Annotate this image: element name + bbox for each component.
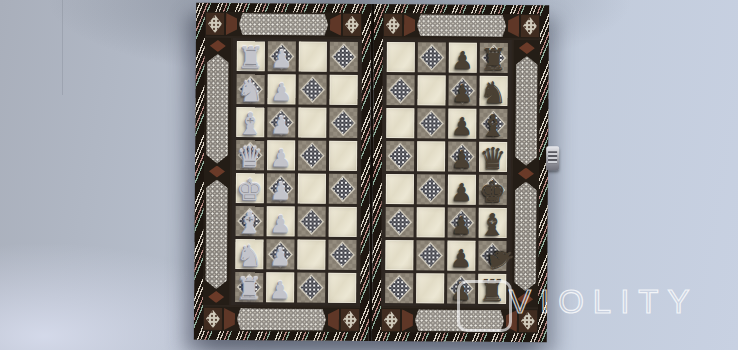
square: ♟: [447, 241, 475, 271]
inlay-wood-wedge: [330, 14, 341, 36]
chess-piece-black-knight: ♞: [483, 244, 517, 276]
square: [298, 107, 326, 137]
square: ♟: [267, 173, 295, 203]
inlay-wood-wedge: [402, 309, 413, 331]
chess-piece-black-pawn: ♟: [451, 214, 473, 238]
chess-piece-black-king: ♚: [479, 177, 506, 207]
inlay-mosaic-segment: [205, 179, 228, 289]
square: ♟: [448, 109, 476, 139]
square: [386, 207, 414, 237]
chess-piece-black-pawn: ♟: [451, 247, 473, 271]
chess-piece-white-queen: ♛: [237, 142, 264, 172]
chess-piece-white-rook: ♜: [237, 43, 264, 73]
square: [329, 108, 357, 138]
chess-squares-left-half: ♜♟♞♟♝♟♛♟♚♟♝♟♞♟♜♟: [231, 38, 362, 306]
chess-piece-white-rook: ♜: [236, 274, 263, 304]
square: [298, 140, 326, 170]
square: [417, 108, 445, 138]
square: [417, 207, 445, 237]
square: ♟: [266, 272, 294, 302]
square: ♟: [448, 76, 476, 106]
chess-piece-white-king: ♚: [236, 175, 263, 205]
inlay-diamond-tile: [209, 165, 225, 177]
chess-squares-right-half: ♟♜♟♞♟♝♟♛♟♚♟♝♟♞♟♜: [381, 39, 512, 307]
inlay-corner-tile: [384, 14, 402, 36]
board-half-left: ♜♟♞♟♝♟♛♟♚♟♝♟♞♟♜♟: [194, 3, 371, 341]
chess-piece-white-pawn: ♟: [270, 179, 292, 203]
chess-piece-white-bishop: ♝: [236, 208, 263, 238]
chess-piece-white-pawn: ♟: [269, 278, 291, 302]
square: ♟: [449, 43, 477, 73]
chess-piece-white-bishop: ♝: [237, 109, 264, 139]
inlay-mosaic-strip: [417, 14, 506, 37]
inlay-corner-tile: [521, 15, 539, 37]
inlay-corner-tile: [343, 14, 361, 36]
square: [329, 141, 357, 171]
chess-piece-white-knight: ♞: [237, 76, 264, 106]
inlay-band-bottom: [203, 307, 360, 332]
square: ♝: [236, 206, 264, 236]
square: ♟: [266, 239, 294, 269]
chess-piece-white-pawn: ♟: [270, 146, 292, 170]
inlay-wood-wedge: [508, 15, 519, 37]
chess-piece-black-pawn: ♟: [451, 115, 473, 139]
square: [418, 42, 446, 72]
square: [329, 174, 357, 204]
square: ♛: [236, 140, 264, 170]
chess-piece-white-pawn: ♟: [270, 245, 292, 269]
square: ♟: [267, 74, 295, 104]
inlay-corner-tile: [341, 309, 359, 331]
inlay-mosaic-segment: [206, 54, 229, 164]
chess-piece-white-pawn: ♟: [270, 113, 292, 137]
inlay-diamond-tile: [210, 40, 226, 52]
board-half-left-face: ♜♟♞♟♝♟♛♟♚♟♝♟♞♟♜♟: [203, 12, 362, 332]
square: ♟: [267, 140, 295, 170]
square: [417, 141, 445, 171]
chess-piece-black-pawn: ♟: [452, 82, 474, 106]
inlay-corner-tile: [206, 13, 224, 35]
chess-piece-black-bishop: ♝: [480, 111, 507, 141]
square: ♟: [267, 107, 295, 137]
square: ♚: [479, 175, 507, 205]
square: [297, 239, 325, 269]
inlay-wood-wedge: [404, 14, 415, 36]
square: [298, 173, 326, 203]
square: [386, 108, 414, 138]
latch-clasp: [546, 146, 559, 170]
square: ♟: [267, 206, 295, 236]
square: ♛: [479, 142, 507, 172]
square: [328, 273, 356, 303]
square: ♟: [448, 175, 476, 205]
inlay-band-top: [383, 13, 540, 38]
inlay-band-side-left: [203, 38, 231, 305]
inlay-corner-tile: [382, 309, 400, 331]
square: ♜: [237, 41, 265, 71]
inlay-mosaic-segment: [515, 56, 538, 166]
inlay-wood-wedge: [224, 308, 235, 330]
square: [329, 75, 357, 105]
square: ♞: [478, 241, 506, 271]
chess-piece-white-pawn: ♟: [271, 80, 293, 104]
inlay-diamond-tile: [519, 42, 535, 54]
square: ♟: [448, 208, 476, 238]
square: ♜: [235, 272, 263, 302]
square: [416, 240, 444, 270]
square: ♚: [236, 173, 264, 203]
chess-piece-black-pawn: ♟: [451, 148, 473, 172]
square: ♟: [448, 142, 476, 172]
square: ♝: [236, 107, 264, 137]
square: ♝: [479, 208, 507, 238]
square: [386, 75, 414, 105]
square: ♞: [235, 239, 263, 269]
chess-piece-black-queen: ♛: [480, 144, 507, 174]
chess-piece-white-pawn: ♟: [270, 212, 292, 236]
chess-piece-black-bishop: ♝: [479, 210, 506, 240]
square: [298, 74, 326, 104]
square: [385, 240, 413, 270]
square: [417, 174, 445, 204]
square: ♞: [236, 74, 264, 104]
chess-piece-white-pawn: ♟: [271, 47, 293, 71]
inlay-diamond-tile: [518, 168, 534, 180]
chess-piece-black-rook: ♜: [480, 45, 507, 75]
square: [416, 273, 444, 303]
square: [385, 273, 413, 303]
square: [328, 240, 356, 270]
chess-piece-black-pawn: ♟: [452, 49, 474, 73]
square: ♜: [480, 43, 508, 73]
auction-photo-chessboard: ♜♟♞♟♝♟♛♟♚♟♝♟♞♟♜♟: [0, 0, 738, 350]
inlay-wood-wedge: [226, 13, 237, 35]
wall-seam: [62, 0, 63, 95]
watermark-badge: [457, 280, 512, 332]
square: [386, 174, 414, 204]
square: [387, 42, 415, 72]
square: [330, 42, 358, 72]
inlay-corner-tile: [204, 308, 222, 330]
chess-piece-black-knight: ♞: [480, 78, 507, 108]
square: ♟: [268, 41, 296, 71]
inlay-mosaic-strip: [239, 13, 328, 36]
watermark-text: VIOLITY: [509, 283, 699, 321]
square: [329, 207, 357, 237]
square: [417, 75, 445, 105]
chess-piece-black-pawn: ♟: [451, 181, 473, 205]
inlay-diamond-tile: [208, 291, 224, 303]
square: ♞: [479, 76, 507, 106]
square: ♝: [479, 109, 507, 139]
inlay-mosaic-segment: [514, 182, 537, 292]
inlay-band-top: [205, 12, 362, 37]
inlay-wood-wedge: [328, 309, 339, 331]
square: [299, 41, 327, 71]
square: [297, 272, 325, 302]
inlay-mosaic-strip: [237, 308, 326, 331]
chess-piece-white-knight: ♞: [236, 241, 263, 271]
square: [298, 206, 326, 236]
square: [386, 141, 414, 171]
